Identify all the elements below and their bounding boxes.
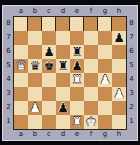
piece-white-king[interactable]: ♚ (85, 114, 96, 128)
square-f6[interactable] (84, 45, 98, 59)
square-d7[interactable] (56, 31, 70, 45)
square-c2[interactable] (42, 101, 56, 115)
square-b8[interactable] (28, 17, 42, 31)
piece-white-pawn[interactable]: ♟ (113, 86, 124, 100)
piece-black-pawn[interactable]: ♟ (43, 44, 54, 58)
square-c1[interactable] (42, 115, 56, 129)
square-e8[interactable] (70, 17, 84, 31)
square-d5[interactable]: ♜ (56, 59, 70, 73)
rank-label-2-left: 2 (3, 101, 14, 115)
square-c8[interactable] (42, 17, 56, 31)
square-h5[interactable] (112, 59, 126, 73)
square-a3[interactable] (14, 87, 28, 101)
square-g3[interactable] (98, 87, 112, 101)
square-g7[interactable] (98, 31, 112, 45)
square-a8[interactable] (14, 17, 28, 31)
rank-label-8-right: 8 (126, 17, 137, 31)
square-h2[interactable] (112, 101, 126, 115)
square-d2[interactable]: ♟ (56, 101, 70, 115)
rank-label-5-left: 5 (3, 59, 14, 73)
rank-label-7-right: 7 (126, 31, 137, 45)
rank-label-6-left: 6 (3, 45, 14, 59)
piece-black-pawn[interactable]: ♟ (113, 30, 124, 44)
square-f7[interactable] (84, 31, 98, 45)
square-d4[interactable] (56, 73, 70, 87)
square-a2[interactable] (14, 101, 28, 115)
square-b1[interactable] (28, 115, 42, 129)
square-g8[interactable] (98, 17, 112, 31)
square-b2[interactable]: ♟ (28, 101, 42, 115)
file-label-b-top: b (28, 6, 42, 17)
square-g6[interactable] (98, 45, 112, 59)
piece-white-pawn[interactable]: ♟ (99, 72, 110, 86)
chess-board-frame: abcdefgh887♟76♟♜65♛♛♚♜♟54♜♟43♟32♟♟21♜♚1a… (3, 6, 137, 140)
frame-corner (126, 129, 137, 140)
square-f1[interactable]: ♚ (84, 115, 98, 129)
piece-white-rook[interactable]: ♜ (71, 72, 82, 86)
square-d8[interactable] (56, 17, 70, 31)
file-label-h-top: h (112, 6, 126, 17)
file-label-f-top: f (84, 6, 98, 17)
file-label-f-bottom: f (84, 129, 98, 140)
square-c5[interactable]: ♚ (42, 59, 56, 73)
rank-label-4-left: 4 (3, 73, 14, 87)
file-label-b-bottom: b (28, 129, 42, 140)
square-h1[interactable] (112, 115, 126, 129)
rank-label-7-left: 7 (3, 31, 14, 45)
square-f3[interactable] (84, 87, 98, 101)
square-g4[interactable]: ♟ (98, 73, 112, 87)
square-h3[interactable]: ♟ (112, 87, 126, 101)
square-f5[interactable] (84, 59, 98, 73)
rank-label-5-right: 5 (126, 59, 137, 73)
square-a7[interactable] (14, 31, 28, 45)
piece-black-rook[interactable]: ♜ (71, 44, 82, 58)
square-b4[interactable] (28, 73, 42, 87)
file-label-e-top: e (70, 6, 84, 17)
square-f8[interactable] (84, 17, 98, 31)
frame-corner (126, 6, 137, 17)
file-label-a-bottom: a (14, 129, 28, 140)
square-a1[interactable] (14, 115, 28, 129)
piece-white-pawn[interactable]: ♟ (29, 100, 40, 114)
square-e4[interactable]: ♜ (70, 73, 84, 87)
square-c4[interactable] (42, 73, 56, 87)
rank-label-4-right: 4 (126, 73, 137, 87)
square-b7[interactable] (28, 31, 42, 45)
file-label-c-top: c (42, 6, 56, 17)
square-g1[interactable] (98, 115, 112, 129)
file-label-g-top: g (98, 6, 112, 17)
piece-white-queen[interactable]: ♛ (15, 58, 26, 72)
square-e1[interactable]: ♜ (70, 115, 84, 129)
square-e3[interactable] (70, 87, 84, 101)
rank-label-8-left: 8 (3, 17, 14, 31)
piece-black-pawn[interactable]: ♟ (71, 58, 82, 72)
file-label-a-top: a (14, 6, 28, 17)
frame-corner (3, 6, 14, 17)
file-label-d-top: d (56, 6, 70, 17)
square-c3[interactable] (42, 87, 56, 101)
square-g2[interactable] (98, 101, 112, 115)
file-label-g-bottom: g (98, 129, 112, 140)
piece-black-king[interactable]: ♚ (43, 58, 54, 72)
rank-label-1-left: 1 (3, 115, 14, 129)
rank-label-6-right: 6 (126, 45, 137, 59)
file-label-e-bottom: e (70, 129, 84, 140)
square-h7[interactable]: ♟ (112, 31, 126, 45)
rank-label-3-left: 3 (3, 87, 14, 101)
file-label-h-bottom: h (112, 129, 126, 140)
rank-label-2-right: 2 (126, 101, 137, 115)
piece-black-queen[interactable]: ♛ (29, 58, 40, 72)
square-d1[interactable] (56, 115, 70, 129)
rank-label-3-right: 3 (126, 87, 137, 101)
square-b5[interactable]: ♛ (28, 59, 42, 73)
piece-black-rook[interactable]: ♜ (57, 58, 68, 72)
chess-diagram-background: abcdefgh887♟76♟♜65♛♛♚♜♟54♜♟43♟32♟♟21♜♚1a… (0, 0, 140, 145)
piece-black-pawn[interactable]: ♟ (57, 100, 68, 114)
square-f4[interactable] (84, 73, 98, 87)
frame-corner (3, 129, 14, 140)
file-label-c-bottom: c (42, 129, 56, 140)
rank-label-1-right: 1 (126, 115, 137, 129)
file-label-d-bottom: d (56, 129, 70, 140)
square-a4[interactable] (14, 73, 28, 87)
piece-white-rook[interactable]: ♜ (71, 114, 82, 128)
square-a5[interactable]: ♛ (14, 59, 28, 73)
square-h6[interactable] (112, 45, 126, 59)
